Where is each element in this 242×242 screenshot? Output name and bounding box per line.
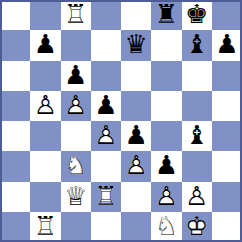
- square-h7[interactable]: ♟: [212, 30, 242, 60]
- square-c5[interactable]: ♟♙: [61, 91, 91, 121]
- square-a2[interactable]: [0, 182, 30, 212]
- square-f5[interactable]: [151, 91, 181, 121]
- square-g4[interactable]: ♝: [182, 121, 212, 151]
- black-pawn: ♟: [155, 152, 178, 178]
- piece-fill: ♝: [185, 30, 208, 59]
- square-d1[interactable]: [91, 212, 121, 242]
- piece-outline: ♙: [185, 183, 208, 209]
- square-h1[interactable]: [212, 212, 242, 242]
- square-d6[interactable]: [91, 61, 121, 91]
- square-a4[interactable]: [0, 121, 30, 151]
- square-g3[interactable]: [182, 151, 212, 181]
- black-queen: ♛: [124, 31, 147, 57]
- black-king: ♚: [185, 1, 208, 27]
- white-rook: ♜♖: [94, 183, 117, 209]
- square-d3[interactable]: [91, 151, 121, 181]
- square-e2[interactable]: [121, 182, 151, 212]
- black-pawn: ♟: [94, 92, 117, 118]
- square-c8[interactable]: ♜♖: [61, 0, 91, 30]
- square-h8[interactable]: [212, 0, 242, 30]
- square-f6[interactable]: [151, 61, 181, 91]
- white-rook: ♜♖: [64, 1, 87, 27]
- square-c2[interactable]: ♛♕: [61, 182, 91, 212]
- white-pawn: ♟♙: [34, 92, 57, 118]
- square-h2[interactable]: [212, 182, 242, 212]
- black-rook: ♜: [155, 1, 178, 27]
- square-a5[interactable]: [0, 91, 30, 121]
- piece-fill: ♟: [34, 30, 57, 59]
- piece-fill: ♟: [94, 91, 117, 120]
- square-f4[interactable]: [151, 121, 181, 151]
- square-b1[interactable]: ♜♖: [30, 212, 60, 242]
- square-g7[interactable]: ♝: [182, 30, 212, 60]
- piece-outline: ♘: [64, 152, 87, 178]
- white-pawn: ♟♙: [94, 122, 117, 148]
- square-e4[interactable]: ♟: [121, 121, 151, 151]
- square-e1[interactable]: [121, 212, 151, 242]
- square-g6[interactable]: [182, 61, 212, 91]
- square-g8[interactable]: ♚: [182, 0, 212, 30]
- square-e6[interactable]: [121, 61, 151, 91]
- square-g2[interactable]: ♟♙: [182, 182, 212, 212]
- square-h4[interactable]: [212, 121, 242, 151]
- piece-fill: ♜: [155, 0, 178, 29]
- piece-outline: ♙: [124, 152, 147, 178]
- chess-board: ♜♖♜♚♟♛♝♟♟♟♙♟♙♟♟♙♟♝♞♘♟♙♟♛♕♜♖♟♙♟♙♜♖♞♘♚♔: [0, 0, 242, 242]
- square-d5[interactable]: ♟: [91, 91, 121, 121]
- piece-outline: ♘: [155, 213, 178, 239]
- square-b4[interactable]: [30, 121, 60, 151]
- piece-outline: ♖: [94, 183, 117, 209]
- piece-fill: ♟: [64, 61, 87, 90]
- white-pawn: ♟♙: [185, 183, 208, 209]
- square-f3[interactable]: ♟: [151, 151, 181, 181]
- square-e7[interactable]: ♛: [121, 30, 151, 60]
- black-bishop: ♝: [185, 31, 208, 57]
- black-pawn: ♟: [215, 31, 238, 57]
- square-d7[interactable]: [91, 30, 121, 60]
- square-b5[interactable]: ♟♙: [30, 91, 60, 121]
- piece-fill: ♝: [185, 121, 208, 150]
- square-a1[interactable]: [0, 212, 30, 242]
- square-c3[interactable]: ♞♘: [61, 151, 91, 181]
- white-queen: ♛♕: [64, 183, 87, 209]
- white-pawn: ♟♙: [124, 152, 147, 178]
- square-e8[interactable]: [121, 0, 151, 30]
- square-h5[interactable]: [212, 91, 242, 121]
- white-knight: ♞♘: [155, 213, 178, 239]
- square-a6[interactable]: [0, 61, 30, 91]
- square-f7[interactable]: [151, 30, 181, 60]
- white-king: ♚♔: [185, 213, 208, 239]
- square-b8[interactable]: [30, 0, 60, 30]
- square-b6[interactable]: [30, 61, 60, 91]
- square-f8[interactable]: ♜: [151, 0, 181, 30]
- white-pawn: ♟♙: [64, 92, 87, 118]
- white-pawn: ♟♙: [155, 183, 178, 209]
- piece-outline: ♖: [34, 213, 57, 239]
- square-e5[interactable]: [121, 91, 151, 121]
- square-e3[interactable]: ♟♙: [121, 151, 151, 181]
- square-c7[interactable]: [61, 30, 91, 60]
- square-d4[interactable]: ♟♙: [91, 121, 121, 151]
- piece-outline: ♔: [185, 213, 208, 239]
- piece-fill: ♟: [124, 121, 147, 150]
- square-c1[interactable]: [61, 212, 91, 242]
- square-a7[interactable]: [0, 30, 30, 60]
- white-rook: ♜♖: [34, 213, 57, 239]
- black-pawn: ♟: [124, 122, 147, 148]
- square-h6[interactable]: [212, 61, 242, 91]
- square-h3[interactable]: [212, 151, 242, 181]
- piece-outline: ♖: [64, 1, 87, 27]
- square-c6[interactable]: ♟: [61, 61, 91, 91]
- piece-outline: ♙: [64, 92, 87, 118]
- square-b7[interactable]: ♟: [30, 30, 60, 60]
- square-c4[interactable]: [61, 121, 91, 151]
- white-knight: ♞♘: [64, 152, 87, 178]
- piece-fill: ♟: [215, 30, 238, 59]
- piece-fill: ♛: [124, 30, 147, 59]
- piece-outline: ♙: [34, 92, 57, 118]
- square-b3[interactable]: [30, 151, 60, 181]
- black-pawn: ♟: [34, 31, 57, 57]
- square-a8[interactable]: [0, 0, 30, 30]
- piece-outline: ♕: [64, 183, 87, 209]
- square-g1[interactable]: ♚♔: [182, 212, 212, 242]
- square-f2[interactable]: ♟♙: [151, 182, 181, 212]
- square-a3[interactable]: [0, 151, 30, 181]
- piece-fill: ♟: [155, 151, 178, 180]
- square-b2[interactable]: [30, 182, 60, 212]
- square-f1[interactable]: ♞♘: [151, 212, 181, 242]
- square-d2[interactable]: ♜♖: [91, 182, 121, 212]
- piece-outline: ♙: [94, 122, 117, 148]
- piece-fill: ♚: [185, 0, 208, 29]
- piece-outline: ♙: [155, 183, 178, 209]
- black-pawn: ♟: [64, 62, 87, 88]
- square-d8[interactable]: [91, 0, 121, 30]
- square-g5[interactable]: [182, 91, 212, 121]
- black-bishop: ♝: [185, 122, 208, 148]
